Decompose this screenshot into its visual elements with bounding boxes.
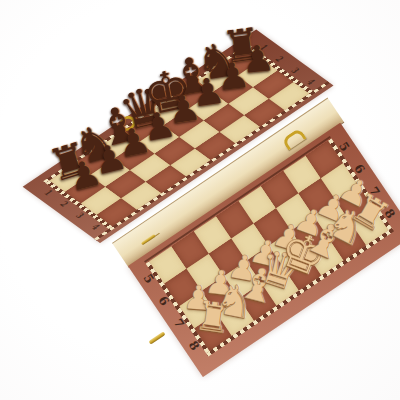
chess-set-photo: 12341234 56785678 ♜♞♝♛♚♝♞♜♟♟♟♟♟♟♟♟♟♟♟♟♟♟… xyxy=(0,0,400,400)
pieces-layer: ♜♞♝♛♚♝♞♜♟♟♟♟♟♟♟♟♟♟♟♟♟♟♟♟♜♞♝♛♚♝♞♜ xyxy=(0,0,400,400)
chess-piece-dark-pawn[interactable]: ♟ xyxy=(240,40,276,79)
